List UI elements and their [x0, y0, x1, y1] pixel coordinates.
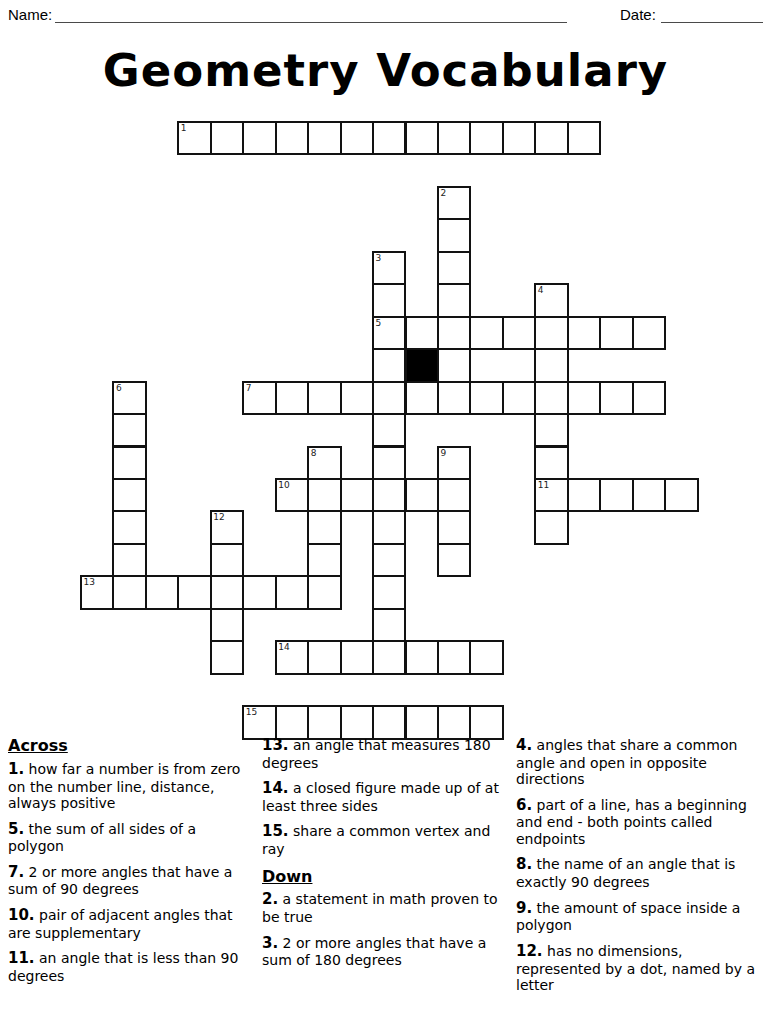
grid-cell[interactable] — [632, 316, 666, 350]
grid-cell[interactable] — [372, 478, 406, 512]
grid-cell[interactable] — [599, 381, 633, 415]
grid-cell[interactable] — [372, 283, 406, 317]
grid-cell[interactable] — [340, 478, 374, 512]
grid-cell[interactable] — [210, 543, 244, 577]
page-title: Geometry Vocabulary — [0, 44, 771, 97]
clue-across-10: 10. pair of adjacent angles that are sup… — [8, 907, 256, 941]
grid-cell[interactable] — [372, 510, 406, 544]
grid-cell[interactable] — [372, 413, 406, 447]
clue-down-9: 9. the amount of space inside a polygon — [516, 900, 766, 934]
grid-cell[interactable] — [567, 381, 601, 415]
grid-cell[interactable] — [372, 543, 406, 577]
date-label: Date: — [620, 6, 656, 23]
grid-cell[interactable] — [275, 575, 309, 609]
grid-cell[interactable] — [567, 478, 601, 512]
grid-cell[interactable] — [307, 543, 341, 577]
grid-cell[interactable]: 5 — [372, 316, 406, 350]
grid-cell[interactable] — [145, 575, 179, 609]
grid-cell[interactable] — [437, 705, 471, 739]
grid-cell[interactable] — [469, 121, 503, 155]
clue-number-1: 1 — [181, 123, 187, 133]
down-header: Down — [262, 868, 512, 887]
down-clues-part2: 4. angles that share a common angle and … — [516, 737, 766, 994]
clue-down-4: 4. angles that share a common angle and … — [516, 737, 766, 788]
grid-cell[interactable] — [210, 121, 244, 155]
grid-cell[interactable] — [372, 121, 406, 155]
crossword-grid: 123456789101112131415 — [80, 121, 700, 741]
clue-number-14: 14 — [278, 642, 289, 652]
grid-cell[interactable] — [307, 510, 341, 544]
grid-cell[interactable] — [307, 121, 341, 155]
grid-cell[interactable] — [437, 381, 471, 415]
grid-cell[interactable] — [112, 413, 146, 447]
grid-cell[interactable] — [502, 121, 536, 155]
down-clues-part1: 2. a statement in math proven to be true… — [262, 891, 512, 968]
grid-cell[interactable] — [307, 640, 341, 674]
clue-down-3: 3. 2 or more angles that have a sum of 1… — [262, 935, 512, 969]
grid-cell[interactable] — [469, 316, 503, 350]
clue-down-12: 12. has no dimensions, represented by a … — [516, 943, 766, 994]
grid-cell[interactable] — [405, 316, 439, 350]
clue-column-1: Across 1. how far a number is from zero … — [8, 737, 256, 993]
clue-number-8: 8 — [311, 448, 317, 458]
grid-cell[interactable] — [437, 510, 471, 544]
grid-cell[interactable]: 6 — [112, 381, 146, 415]
clue-number-9: 9 — [440, 448, 446, 458]
grid-cell[interactable] — [275, 705, 309, 739]
grid-cell[interactable] — [177, 575, 211, 609]
grid-cell[interactable]: 1 — [177, 121, 211, 155]
clue-number-12: 12 — [213, 512, 224, 522]
grid-cell[interactable] — [502, 381, 536, 415]
grid-cell[interactable] — [534, 348, 568, 382]
grid-cell[interactable] — [437, 251, 471, 285]
name-fill-line[interactable] — [55, 6, 567, 23]
grid-cell[interactable] — [340, 640, 374, 674]
grid-cell[interactable]: 3 — [372, 251, 406, 285]
clue-number-3: 3 — [376, 253, 382, 263]
grid-cell[interactable] — [437, 543, 471, 577]
grid-cell[interactable] — [502, 316, 536, 350]
grid-cell[interactable] — [112, 478, 146, 512]
grid-cell[interactable] — [469, 381, 503, 415]
grid-cell[interactable] — [534, 121, 568, 155]
grid-cell[interactable] — [372, 348, 406, 382]
grid-cell[interactable] — [437, 316, 471, 350]
grid-cell[interactable]: 10 — [275, 478, 309, 512]
clue-number-11: 11 — [538, 480, 549, 490]
grid-cell[interactable] — [242, 121, 276, 155]
grid-cell[interactable] — [210, 575, 244, 609]
grid-cell[interactable] — [437, 478, 471, 512]
grid-cell[interactable] — [437, 121, 471, 155]
grid-cell[interactable] — [340, 381, 374, 415]
grid-cell[interactable] — [112, 446, 146, 480]
grid-cell[interactable] — [275, 121, 309, 155]
clue-number-4: 4 — [538, 285, 544, 295]
grid-cell[interactable] — [275, 381, 309, 415]
grid-cell[interactable] — [307, 478, 341, 512]
clue-number-2: 2 — [440, 188, 446, 198]
clue-number-15: 15 — [246, 707, 257, 717]
grid-cell[interactable]: 12 — [210, 510, 244, 544]
grid-cell[interactable] — [340, 705, 374, 739]
name-label: Name: — [8, 6, 52, 23]
grid-cell[interactable] — [664, 478, 698, 512]
grid-cell[interactable] — [372, 705, 406, 739]
grid-cell[interactable] — [242, 575, 276, 609]
clue-number-10: 10 — [278, 480, 289, 490]
grid-cell[interactable] — [567, 316, 601, 350]
grid-cell[interactable] — [210, 640, 244, 674]
grid-cell[interactable] — [405, 705, 439, 739]
grid-cell[interactable] — [534, 510, 568, 544]
clue-across-13: 13. an angle that measures 180 degrees — [262, 737, 512, 771]
grid-cell[interactable] — [437, 283, 471, 317]
grid-cell[interactable]: 4 — [534, 283, 568, 317]
grid-cell[interactable]: 14 — [275, 640, 309, 674]
date-fill-line[interactable] — [661, 6, 763, 23]
grid-cell[interactable] — [534, 381, 568, 415]
clue-across-5: 5. the sum of all sides of a polygon — [8, 821, 256, 855]
across-clues-part2: 13. an angle that measures 180 degrees14… — [262, 737, 512, 858]
grid-cell[interactable] — [112, 510, 146, 544]
grid-cell[interactable] — [437, 348, 471, 382]
clue-down-8: 8. the name of an angle that is exactly … — [516, 856, 766, 890]
grid-cell[interactable]: 8 — [307, 446, 341, 480]
grid-cell[interactable] — [405, 478, 439, 512]
clue-number-6: 6 — [116, 383, 122, 393]
grid-cell[interactable] — [112, 543, 146, 577]
clue-across-7: 7. 2 or more angles that have a sum of 9… — [8, 864, 256, 898]
clue-down-6: 6. part of a line, has a beginning and e… — [516, 797, 766, 848]
grid-cell[interactable] — [469, 640, 503, 674]
grid-cell[interactable]: 13 — [80, 575, 114, 609]
grid-cell[interactable] — [469, 705, 503, 739]
grid-cell[interactable] — [372, 575, 406, 609]
across-header: Across — [8, 737, 256, 756]
name-date-row: Name: Date: — [8, 6, 763, 28]
grid-cell[interactable] — [307, 575, 341, 609]
clue-down-2: 2. a statement in math proven to be true — [262, 891, 512, 925]
black-cell — [405, 348, 439, 382]
grid-cell[interactable] — [632, 381, 666, 415]
grid-cell[interactable] — [599, 316, 633, 350]
grid-cell[interactable] — [372, 446, 406, 480]
grid-cell[interactable] — [372, 381, 406, 415]
grid-cell[interactable] — [534, 446, 568, 480]
clue-across-11: 11. an angle that is less than 90 degree… — [8, 950, 256, 984]
grid-cell[interactable] — [534, 413, 568, 447]
grid-cell[interactable] — [632, 478, 666, 512]
clue-number-5: 5 — [376, 318, 382, 328]
grid-cell[interactable] — [307, 381, 341, 415]
grid-cell[interactable]: 7 — [242, 381, 276, 415]
grid-cell[interactable] — [405, 640, 439, 674]
grid-cell[interactable] — [567, 121, 601, 155]
grid-cell[interactable]: 9 — [437, 446, 471, 480]
grid-cell[interactable] — [112, 575, 146, 609]
clue-column-2: 13. an angle that measures 180 degrees14… — [262, 737, 512, 978]
grid-cell[interactable]: 2 — [437, 186, 471, 220]
clue-number-7: 7 — [246, 383, 252, 393]
grid-cell[interactable]: 15 — [242, 705, 276, 739]
grid-cell[interactable] — [599, 478, 633, 512]
grid-cell[interactable] — [372, 608, 406, 642]
clue-column-3: 4. angles that share a common angle and … — [516, 737, 766, 1003]
grid-cell[interactable] — [534, 316, 568, 350]
grid-cell[interactable] — [210, 608, 244, 642]
grid-cell[interactable] — [405, 121, 439, 155]
grid-cell[interactable]: 11 — [534, 478, 568, 512]
clue-across-1: 1. how far a number is from zero on the … — [8, 761, 256, 812]
grid-cell[interactable] — [437, 640, 471, 674]
grid-cell[interactable] — [372, 640, 406, 674]
clue-across-14: 14. a closed figure made up of at least … — [262, 780, 512, 814]
grid-cell[interactable] — [340, 121, 374, 155]
grid-cell[interactable] — [437, 218, 471, 252]
grid-cell[interactable] — [307, 705, 341, 739]
clue-across-15: 15. share a common vertex and ray — [262, 823, 512, 857]
across-clues-part1: 1. how far a number is from zero on the … — [8, 761, 256, 985]
worksheet-page: Name: Date: Geometry Vocabulary 12345678… — [0, 0, 771, 1024]
grid-cell[interactable] — [405, 381, 439, 415]
clue-number-13: 13 — [84, 577, 95, 587]
